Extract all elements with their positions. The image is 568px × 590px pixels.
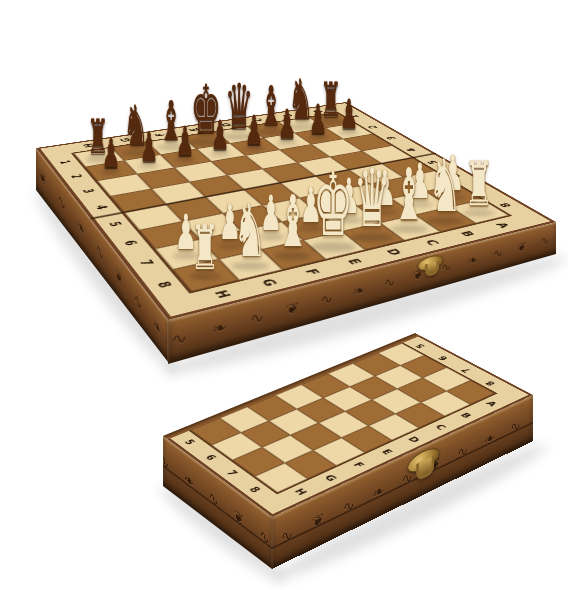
piece-white-knight: ♞ <box>233 195 267 268</box>
piece-dark-pawn: ♟ <box>339 95 358 135</box>
piece-dark-pawn: ♟ <box>309 100 328 140</box>
piece-white-queen: ♛ <box>354 159 391 240</box>
piece-white-rook: ♜ <box>191 217 219 279</box>
piece-white-king: ♚ <box>313 161 353 248</box>
piece-dark-pawn: ♟ <box>245 110 264 150</box>
piece-white-rook: ♜ <box>465 154 493 216</box>
piece-dark-pawn: ♟ <box>176 122 195 162</box>
piece-dark-pawn: ♟ <box>211 116 230 156</box>
chess-pieces-layer: ♜♞♝♛♚♝♞♜♟♟♟♟♟♟♟♟♟♟♟♟♟♟♟♟♜♞♝♛♚♝♞♜ <box>0 0 568 590</box>
piece-white-bishop: ♝ <box>393 160 426 231</box>
piece-dark-pawn: ♟ <box>101 134 120 174</box>
piece-white-knight: ♞ <box>428 150 462 223</box>
product-photo-scene: Folding wooden chess set shown open with… <box>0 0 568 590</box>
piece-white-bishop: ♝ <box>276 187 309 258</box>
piece-dark-pawn: ♟ <box>139 128 158 168</box>
piece-dark-pawn: ♟ <box>278 105 297 145</box>
